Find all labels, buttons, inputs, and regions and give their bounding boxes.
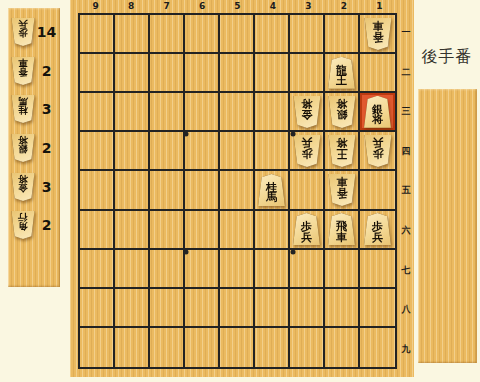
square-5八[interactable] <box>220 289 255 328</box>
square-7七[interactable] <box>150 250 185 289</box>
hoshi-dot <box>290 250 295 255</box>
file-label-2: 2 <box>326 0 361 13</box>
gote-piece[interactable]: 角行 <box>11 211 35 239</box>
square-5三[interactable] <box>220 93 255 132</box>
rank-label-二: 二 <box>399 53 413 93</box>
square-5二[interactable] <box>220 54 255 93</box>
hand-entry[interactable]: 銀将2 <box>8 129 60 168</box>
hand-entry[interactable]: 香車2 <box>8 52 60 91</box>
rank-label-五: 五 <box>399 171 413 211</box>
square-4二[interactable] <box>255 54 290 93</box>
square-1五[interactable] <box>360 171 395 210</box>
square-9一[interactable] <box>80 15 115 54</box>
square-5五[interactable] <box>220 171 255 210</box>
square-5六[interactable] <box>220 211 255 250</box>
square-9八[interactable] <box>80 289 115 328</box>
square-9六[interactable] <box>80 211 115 250</box>
square-5九[interactable] <box>220 328 255 367</box>
square-2九[interactable] <box>325 328 360 367</box>
gote-piece[interactable]: 金将 <box>11 173 35 201</box>
piece-kanji: 銀将 <box>336 96 348 119</box>
square-8七[interactable] <box>115 250 150 289</box>
rank-labels: 一二三四五六七八九 <box>399 13 413 369</box>
square-2二[interactable]: 龍王 <box>325 54 360 93</box>
sente-piece[interactable]: 飛車 <box>328 213 356 245</box>
hand-entry[interactable]: 角行2 <box>8 206 60 245</box>
square-2三[interactable]: 銀将 <box>325 93 360 132</box>
rank-label-四: 四 <box>399 132 413 172</box>
file-label-4: 4 <box>255 0 290 13</box>
gote-piece[interactable]: 銀将 <box>328 96 356 128</box>
sente-piece[interactable]: 銀将 <box>364 96 392 128</box>
sente-piece[interactable]: 龍王 <box>328 57 356 89</box>
hand-entry[interactable]: 金将3 <box>8 167 60 206</box>
square-3二[interactable] <box>290 54 325 93</box>
square-9九[interactable] <box>80 328 115 367</box>
file-label-5: 5 <box>220 0 255 13</box>
square-9四[interactable] <box>80 132 115 171</box>
square-3八[interactable] <box>290 289 325 328</box>
rank-label-一: 一 <box>399 13 413 53</box>
square-2一[interactable] <box>325 15 360 54</box>
square-4五[interactable]: 桂馬 <box>255 171 290 210</box>
square-3九[interactable] <box>290 328 325 367</box>
square-8六[interactable] <box>115 211 150 250</box>
square-8四[interactable] <box>115 132 150 171</box>
piece-face: 歩兵 <box>293 135 321 167</box>
piece-kanji: 香車 <box>372 18 384 41</box>
square-9三[interactable] <box>80 93 115 132</box>
square-4七[interactable] <box>255 250 290 289</box>
gote-piece[interactable]: 香車 <box>328 174 356 206</box>
sente-piece[interactable]: 桂馬 <box>258 174 286 206</box>
piece-kanji: 金将 <box>18 173 28 193</box>
piece-kanji: 角行 <box>18 211 28 231</box>
square-7九[interactable] <box>150 328 185 367</box>
square-4九[interactable] <box>255 328 290 367</box>
square-6四[interactable] <box>185 132 220 171</box>
hand-entry[interactable]: 歩兵14 <box>8 13 60 52</box>
square-8一[interactable] <box>115 15 150 54</box>
square-8九[interactable] <box>115 328 150 367</box>
piece-face: 桂馬 <box>11 95 35 123</box>
hoshi-dot <box>290 131 295 136</box>
hand-count: 2 <box>35 217 60 233</box>
piece-kanji: 香車 <box>18 57 28 77</box>
hand-count: 14 <box>35 24 60 40</box>
gote-piece[interactable]: 桂馬 <box>11 95 35 123</box>
square-3四[interactable]: 歩兵 <box>290 132 325 171</box>
square-1二[interactable] <box>360 54 395 93</box>
piece-kanji: 桂馬 <box>266 183 278 206</box>
gote-piece[interactable]: 香車 <box>364 18 392 50</box>
board-grid: 香車龍王金将銀将銀将歩兵王将歩兵桂馬香車歩兵飛車歩兵 <box>78 13 397 369</box>
square-2六[interactable]: 飛車 <box>325 211 360 250</box>
square-7八[interactable] <box>150 289 185 328</box>
piece-kanji: 歩兵 <box>301 135 313 158</box>
piece-kanji: 金将 <box>301 96 313 119</box>
square-9二[interactable] <box>80 54 115 93</box>
shogi-board: 987654321 一二三四五六七八九 香車龍王金将銀将銀将歩兵王将歩兵桂馬香車… <box>70 0 414 377</box>
square-1七[interactable] <box>360 250 395 289</box>
square-9七[interactable] <box>80 250 115 289</box>
piece-face: 銀将 <box>364 96 392 128</box>
piece-face: 歩兵 <box>364 213 392 245</box>
square-1三[interactable]: 銀将 <box>360 93 395 132</box>
square-7一[interactable] <box>150 15 185 54</box>
piece-face: 香車 <box>11 57 35 85</box>
square-3七[interactable] <box>290 250 325 289</box>
gote-piece[interactable]: 銀将 <box>11 134 35 162</box>
square-5四[interactable] <box>220 132 255 171</box>
square-2五[interactable]: 香車 <box>325 171 360 210</box>
square-8二[interactable] <box>115 54 150 93</box>
square-1八[interactable] <box>360 289 395 328</box>
gote-piece[interactable]: 金将 <box>293 96 321 128</box>
file-label-3: 3 <box>291 0 326 13</box>
piece-face: 銀将 <box>328 96 356 128</box>
turn-indicator: 後手番 <box>417 47 477 68</box>
square-1一[interactable]: 香車 <box>360 15 395 54</box>
file-label-9: 9 <box>78 0 113 13</box>
square-4六[interactable] <box>255 211 290 250</box>
square-1九[interactable] <box>360 328 395 367</box>
file-label-1: 1 <box>362 0 397 13</box>
sente-piece[interactable]: 歩兵 <box>364 213 392 245</box>
piece-kanji: 歩兵 <box>372 135 384 158</box>
rank-label-八: 八 <box>399 290 413 330</box>
shogi-app: 歩兵14香車2桂馬3銀将2金将3角行2 987654321 一二三四五六七八九 … <box>0 0 480 382</box>
square-9五[interactable] <box>80 171 115 210</box>
square-5一[interactable] <box>220 15 255 54</box>
square-4四[interactable] <box>255 132 290 171</box>
square-2四[interactable]: 王将 <box>325 132 360 171</box>
square-6五[interactable] <box>185 171 220 210</box>
piece-kanji: 銀将 <box>372 105 384 128</box>
square-7三[interactable] <box>150 93 185 132</box>
gote-captured-tray: 歩兵14香車2桂馬3銀将2金将3角行2 <box>8 8 60 287</box>
file-label-6: 6 <box>184 0 219 13</box>
file-label-7: 7 <box>149 0 184 13</box>
square-8八[interactable] <box>115 289 150 328</box>
hand-count: 3 <box>35 101 60 117</box>
square-4一[interactable] <box>255 15 290 54</box>
hand-entry[interactable]: 桂馬3 <box>8 90 60 129</box>
piece-face: 歩兵 <box>364 135 392 167</box>
piece-kanji: 銀将 <box>18 134 28 154</box>
square-6二[interactable] <box>185 54 220 93</box>
piece-kanji: 飛車 <box>336 222 348 245</box>
square-3五[interactable] <box>290 171 325 210</box>
rank-label-三: 三 <box>399 92 413 132</box>
square-6七[interactable] <box>185 250 220 289</box>
piece-face: 銀将 <box>11 134 35 162</box>
square-3一[interactable] <box>290 15 325 54</box>
piece-face: 金将 <box>11 173 35 201</box>
piece-face: 香車 <box>364 18 392 50</box>
piece-kanji: 香車 <box>336 174 348 197</box>
square-8三[interactable] <box>115 93 150 132</box>
square-4三[interactable] <box>255 93 290 132</box>
square-2八[interactable] <box>325 289 360 328</box>
square-6八[interactable] <box>185 289 220 328</box>
piece-kanji: 歩兵 <box>301 222 313 245</box>
piece-kanji: 龍王 <box>336 66 348 89</box>
piece-kanji: 歩兵 <box>18 18 28 38</box>
piece-face: 香車 <box>328 174 356 206</box>
square-3六[interactable]: 歩兵 <box>290 211 325 250</box>
square-7六[interactable] <box>150 211 185 250</box>
piece-face: 龍王 <box>328 57 356 89</box>
file-label-8: 8 <box>113 0 148 13</box>
square-6三[interactable] <box>185 93 220 132</box>
piece-face: 金将 <box>293 96 321 128</box>
hoshi-dot <box>184 131 189 136</box>
square-7二[interactable] <box>150 54 185 93</box>
piece-face: 歩兵 <box>293 213 321 245</box>
square-3三[interactable]: 金将 <box>290 93 325 132</box>
square-5七[interactable] <box>220 250 255 289</box>
piece-face: 飛車 <box>328 213 356 245</box>
square-7五[interactable] <box>150 171 185 210</box>
square-6九[interactable] <box>185 328 220 367</box>
square-4八[interactable] <box>255 289 290 328</box>
piece-face: 王将 <box>328 135 356 167</box>
piece-kanji: 歩兵 <box>372 222 384 245</box>
hand-count: 2 <box>35 63 60 79</box>
sente-piece[interactable]: 歩兵 <box>293 213 321 245</box>
square-7四[interactable] <box>150 132 185 171</box>
piece-face: 角行 <box>11 211 35 239</box>
rank-label-七: 七 <box>399 250 413 290</box>
square-8五[interactable] <box>115 171 150 210</box>
square-6六[interactable] <box>185 211 220 250</box>
gote-piece[interactable]: 歩兵 <box>293 135 321 167</box>
hoshi-dot <box>184 250 189 255</box>
piece-face: 桂馬 <box>258 174 286 206</box>
rank-label-六: 六 <box>399 211 413 251</box>
square-2七[interactable] <box>325 250 360 289</box>
gote-piece[interactable]: 歩兵 <box>11 18 35 46</box>
square-6一[interactable] <box>185 15 220 54</box>
square-1四[interactable]: 歩兵 <box>360 132 395 171</box>
gote-piece[interactable]: 王将 <box>328 135 356 167</box>
sente-captured-tray <box>418 89 477 363</box>
square-1六[interactable]: 歩兵 <box>360 211 395 250</box>
rank-label-九: 九 <box>399 329 413 369</box>
piece-kanji: 王将 <box>336 135 348 158</box>
gote-piece[interactable]: 歩兵 <box>364 135 392 167</box>
piece-kanji: 桂馬 <box>18 95 28 115</box>
hand-count: 2 <box>35 140 60 156</box>
hand-count: 3 <box>35 179 60 195</box>
file-labels: 987654321 <box>78 0 397 13</box>
gote-piece[interactable]: 香車 <box>11 57 35 85</box>
piece-face: 歩兵 <box>11 18 35 46</box>
